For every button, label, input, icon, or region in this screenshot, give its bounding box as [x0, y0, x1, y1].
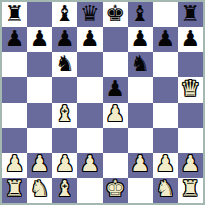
- square-g7[interactable]: ♟: [153, 27, 178, 52]
- square-d8[interactable]: ♛: [77, 2, 102, 27]
- white-rook-piece: ♜: [5, 178, 25, 200]
- square-a2[interactable]: ♟: [2, 153, 27, 178]
- square-f1[interactable]: [128, 178, 153, 203]
- black-bishop-piece: ♝: [130, 3, 150, 25]
- square-d2[interactable]: ♟: [77, 153, 102, 178]
- black-bishop-piece: ♝: [55, 3, 75, 25]
- square-a4[interactable]: [2, 103, 27, 128]
- square-g3[interactable]: [153, 128, 178, 153]
- square-a1[interactable]: ♜: [2, 178, 27, 203]
- square-d4[interactable]: [77, 103, 102, 128]
- white-pawn-piece: ♟: [5, 153, 25, 175]
- white-pawn-piece: ♟: [105, 103, 125, 125]
- square-c7[interactable]: ♟: [52, 27, 77, 52]
- chess-board: ♜♝♛♚♝♜♟♟♟♟♟♟♟♞♞♟♛♝♟♟♟♟♟♟♟♟♜♞♝♚♞♜: [0, 0, 205, 205]
- square-a6[interactable]: [2, 52, 27, 77]
- black-knight-piece: ♞: [130, 53, 150, 75]
- square-h3[interactable]: [178, 128, 203, 153]
- square-f7[interactable]: ♟: [128, 27, 153, 52]
- black-queen-piece: ♛: [80, 3, 100, 25]
- square-f8[interactable]: ♝: [128, 2, 153, 27]
- square-h6[interactable]: [178, 52, 203, 77]
- white-pawn-piece: ♟: [80, 153, 100, 175]
- square-f6[interactable]: ♞: [128, 52, 153, 77]
- black-pawn-piece: ♟: [55, 28, 75, 50]
- square-g1[interactable]: ♞: [153, 178, 178, 203]
- square-b3[interactable]: [27, 128, 52, 153]
- square-c8[interactable]: ♝: [52, 2, 77, 27]
- square-b5[interactable]: [27, 77, 52, 102]
- square-e2[interactable]: [103, 153, 128, 178]
- white-pawn-piece: ♟: [130, 153, 150, 175]
- square-h1[interactable]: ♜: [178, 178, 203, 203]
- white-pawn-piece: ♟: [55, 153, 75, 175]
- square-f2[interactable]: ♟: [128, 153, 153, 178]
- black-pawn-piece: ♟: [5, 28, 25, 50]
- square-b8[interactable]: [27, 2, 52, 27]
- square-g4[interactable]: [153, 103, 178, 128]
- square-h8[interactable]: ♜: [178, 2, 203, 27]
- white-pawn-piece: ♟: [181, 153, 201, 175]
- square-b2[interactable]: ♟: [27, 153, 52, 178]
- square-g6[interactable]: [153, 52, 178, 77]
- square-g5[interactable]: [153, 77, 178, 102]
- square-d6[interactable]: [77, 52, 102, 77]
- square-h5[interactable]: ♛: [178, 77, 203, 102]
- square-a3[interactable]: [2, 128, 27, 153]
- square-a7[interactable]: ♟: [2, 27, 27, 52]
- black-knight-piece: ♞: [55, 53, 75, 75]
- square-e5[interactable]: ♟: [103, 77, 128, 102]
- square-h4[interactable]: [178, 103, 203, 128]
- square-d5[interactable]: [77, 77, 102, 102]
- white-king-piece: ♚: [105, 178, 125, 200]
- square-f5[interactable]: [128, 77, 153, 102]
- square-e1[interactable]: ♚: [103, 178, 128, 203]
- black-pawn-piece: ♟: [155, 28, 175, 50]
- black-king-piece: ♚: [105, 3, 125, 25]
- white-bishop-piece: ♝: [55, 178, 75, 200]
- square-f3[interactable]: [128, 128, 153, 153]
- white-rook-piece: ♜: [181, 178, 201, 200]
- white-pawn-piece: ♟: [155, 153, 175, 175]
- square-b6[interactable]: [27, 52, 52, 77]
- black-pawn-piece: ♟: [80, 28, 100, 50]
- square-g8[interactable]: [153, 2, 178, 27]
- square-c6[interactable]: ♞: [52, 52, 77, 77]
- square-d3[interactable]: [77, 128, 102, 153]
- square-b7[interactable]: ♟: [27, 27, 52, 52]
- square-c2[interactable]: ♟: [52, 153, 77, 178]
- black-pawn-piece: ♟: [130, 28, 150, 50]
- square-c4[interactable]: ♝: [52, 103, 77, 128]
- square-c5[interactable]: [52, 77, 77, 102]
- white-pawn-piece: ♟: [30, 153, 50, 175]
- square-c3[interactable]: [52, 128, 77, 153]
- black-pawn-piece: ♟: [181, 28, 201, 50]
- square-e6[interactable]: [103, 52, 128, 77]
- square-h2[interactable]: ♟: [178, 153, 203, 178]
- square-a8[interactable]: ♜: [2, 2, 27, 27]
- black-rook-piece: ♜: [181, 3, 201, 25]
- square-d1[interactable]: [77, 178, 102, 203]
- square-e3[interactable]: [103, 128, 128, 153]
- square-e8[interactable]: ♚: [103, 2, 128, 27]
- white-bishop-piece: ♝: [55, 103, 75, 125]
- white-queen-piece: ♛: [181, 78, 201, 100]
- square-a5[interactable]: [2, 77, 27, 102]
- square-g2[interactable]: ♟: [153, 153, 178, 178]
- square-b4[interactable]: [27, 103, 52, 128]
- square-d7[interactable]: ♟: [77, 27, 102, 52]
- square-e4[interactable]: ♟: [103, 103, 128, 128]
- black-pawn-piece: ♟: [105, 78, 125, 100]
- square-c1[interactable]: ♝: [52, 178, 77, 203]
- black-rook-piece: ♜: [5, 3, 25, 25]
- square-e7[interactable]: [103, 27, 128, 52]
- square-h7[interactable]: ♟: [178, 27, 203, 52]
- square-b1[interactable]: ♞: [27, 178, 52, 203]
- white-knight-piece: ♞: [30, 178, 50, 200]
- black-pawn-piece: ♟: [30, 28, 50, 50]
- square-f4[interactable]: [128, 103, 153, 128]
- white-knight-piece: ♞: [155, 178, 175, 200]
